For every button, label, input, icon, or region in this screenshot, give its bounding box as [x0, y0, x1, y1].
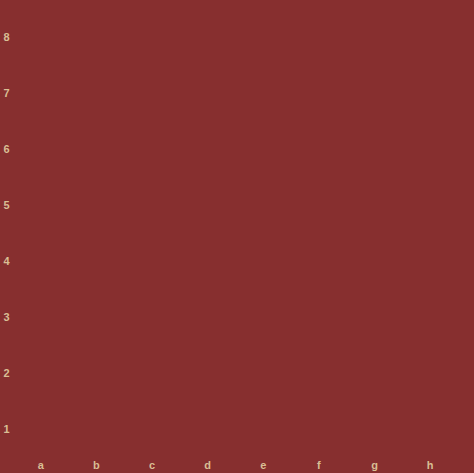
chess-board: [13, 9, 458, 457]
file-label-e: e: [236, 457, 292, 473]
rank-label-8: 8: [0, 9, 13, 65]
file-label-d: d: [180, 457, 236, 473]
file-label-h: h: [402, 457, 458, 473]
file-label-f: f: [291, 457, 347, 473]
rank-label-1: 1: [0, 401, 13, 457]
rank-label-6: 6: [0, 121, 13, 177]
file-label-c: c: [124, 457, 180, 473]
file-label-g: g: [347, 457, 403, 473]
rank-labels: 87654321: [0, 9, 13, 457]
rank-label-5: 5: [0, 177, 13, 233]
file-labels: abcdefgh: [13, 457, 458, 473]
rank-label-7: 7: [0, 65, 13, 121]
rank-label-4: 4: [0, 233, 13, 289]
rank-label-3: 3: [0, 289, 13, 345]
file-label-b: b: [69, 457, 125, 473]
chess-diagram: 87654321 abcdefgh: [0, 0, 474, 473]
file-label-a: a: [13, 457, 69, 473]
rank-label-2: 2: [0, 345, 13, 401]
